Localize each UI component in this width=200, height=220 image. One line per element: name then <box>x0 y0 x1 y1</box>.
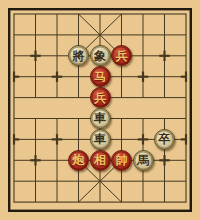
black-elephant-cell: 象 <box>89 45 111 66</box>
red-elephant-cell: 相 <box>89 150 111 171</box>
red-soldier-piece[interactable]: 兵 <box>90 87 111 108</box>
red-soldier-cell: 兵 <box>111 45 133 66</box>
black-soldier-piece[interactable]: 卒 <box>154 129 175 150</box>
black-chariot-cell: 車 <box>89 129 111 150</box>
black-chariot-piece[interactable]: 車 <box>90 129 111 150</box>
black-soldier-cell: 卒 <box>154 129 176 150</box>
red-cannon-cell: 炮 <box>68 150 90 171</box>
red-horse-cell: 马 <box>89 66 111 87</box>
black-general-piece[interactable]: 將 <box>68 45 89 66</box>
red-horse-piece[interactable]: 马 <box>90 66 111 87</box>
red-soldier-cell: 兵 <box>89 87 111 108</box>
black-horse-cell: 馬 <box>132 150 154 171</box>
red-general-cell: 帥 <box>111 150 133 171</box>
piece-layer[interactable]: 將象兵马兵車車卒炮相帥馬 <box>3 4 197 213</box>
xiangqi-board: 將象兵马兵車車卒炮相帥馬 <box>0 0 200 220</box>
red-general-piece[interactable]: 帥 <box>111 150 132 171</box>
black-chariot-cell: 車 <box>89 108 111 129</box>
red-elephant-piece[interactable]: 相 <box>90 150 111 171</box>
red-soldier-piece[interactable]: 兵 <box>111 45 132 66</box>
black-chariot-piece[interactable]: 車 <box>90 108 111 129</box>
black-general-cell: 將 <box>68 45 90 66</box>
black-elephant-piece[interactable]: 象 <box>90 45 111 66</box>
red-cannon-piece[interactable]: 炮 <box>68 150 89 171</box>
black-horse-piece[interactable]: 馬 <box>133 150 154 171</box>
